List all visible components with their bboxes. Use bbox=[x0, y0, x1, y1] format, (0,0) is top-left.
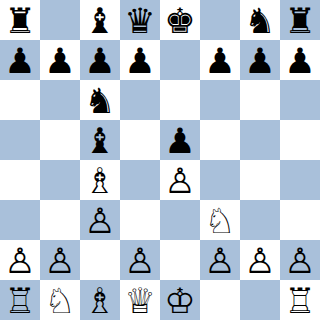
square-h3[interactable] bbox=[280, 200, 320, 240]
square-h8[interactable]: ♜ bbox=[280, 0, 320, 40]
white-pawn: ♙ bbox=[164, 161, 195, 200]
square-g2[interactable]: ♙ bbox=[240, 240, 280, 280]
black-knight: ♞ bbox=[244, 1, 275, 40]
square-b2[interactable]: ♙ bbox=[40, 240, 80, 280]
chess-board: ♜♝♛♚♞♜♟♟♟♟♟♟♟♞♝♟♗♙♙♘♙♙♙♙♙♙♖♘♗♕♔♖ bbox=[0, 0, 320, 320]
white-pawn: ♙ bbox=[124, 241, 155, 280]
square-d4[interactable] bbox=[120, 160, 160, 200]
square-g5[interactable] bbox=[240, 120, 280, 160]
square-g6[interactable] bbox=[240, 80, 280, 120]
square-a8[interactable]: ♜ bbox=[0, 0, 40, 40]
square-a3[interactable] bbox=[0, 200, 40, 240]
square-b6[interactable] bbox=[40, 80, 80, 120]
square-e7[interactable] bbox=[160, 40, 200, 80]
square-g8[interactable]: ♞ bbox=[240, 0, 280, 40]
white-pawn: ♙ bbox=[244, 241, 275, 280]
square-d5[interactable] bbox=[120, 120, 160, 160]
white-pawn: ♙ bbox=[284, 241, 315, 280]
square-b8[interactable] bbox=[40, 0, 80, 40]
square-e5[interactable]: ♟ bbox=[160, 120, 200, 160]
square-d3[interactable] bbox=[120, 200, 160, 240]
black-pawn: ♟ bbox=[44, 41, 75, 80]
square-f5[interactable] bbox=[200, 120, 240, 160]
black-bishop: ♝ bbox=[84, 121, 115, 160]
white-knight: ♘ bbox=[44, 281, 75, 320]
square-c4[interactable]: ♗ bbox=[80, 160, 120, 200]
square-c1[interactable]: ♗ bbox=[80, 280, 120, 320]
square-g7[interactable]: ♟ bbox=[240, 40, 280, 80]
square-d7[interactable]: ♟ bbox=[120, 40, 160, 80]
white-bishop: ♗ bbox=[84, 161, 115, 200]
square-f1[interactable] bbox=[200, 280, 240, 320]
square-a5[interactable] bbox=[0, 120, 40, 160]
white-king: ♔ bbox=[164, 281, 195, 320]
square-f6[interactable] bbox=[200, 80, 240, 120]
square-d1[interactable]: ♕ bbox=[120, 280, 160, 320]
square-h5[interactable] bbox=[280, 120, 320, 160]
square-b4[interactable] bbox=[40, 160, 80, 200]
square-e2[interactable] bbox=[160, 240, 200, 280]
square-b5[interactable] bbox=[40, 120, 80, 160]
square-b3[interactable] bbox=[40, 200, 80, 240]
square-d2[interactable]: ♙ bbox=[120, 240, 160, 280]
square-f7[interactable]: ♟ bbox=[200, 40, 240, 80]
black-queen: ♛ bbox=[124, 1, 155, 40]
square-h4[interactable] bbox=[280, 160, 320, 200]
white-pawn: ♙ bbox=[44, 241, 75, 280]
white-knight: ♘ bbox=[204, 201, 235, 240]
black-pawn: ♟ bbox=[84, 41, 115, 80]
black-king: ♚ bbox=[164, 1, 195, 40]
square-c2[interactable] bbox=[80, 240, 120, 280]
white-pawn: ♙ bbox=[84, 201, 115, 240]
black-rook: ♜ bbox=[284, 1, 315, 40]
square-f3[interactable]: ♘ bbox=[200, 200, 240, 240]
square-c7[interactable]: ♟ bbox=[80, 40, 120, 80]
square-a2[interactable]: ♙ bbox=[0, 240, 40, 280]
black-bishop: ♝ bbox=[84, 1, 115, 40]
black-pawn: ♟ bbox=[164, 121, 195, 160]
square-e8[interactable]: ♚ bbox=[160, 0, 200, 40]
black-pawn: ♟ bbox=[284, 41, 315, 80]
black-rook: ♜ bbox=[4, 1, 35, 40]
square-c3[interactable]: ♙ bbox=[80, 200, 120, 240]
square-a4[interactable] bbox=[0, 160, 40, 200]
white-pawn: ♙ bbox=[4, 241, 35, 280]
square-f8[interactable] bbox=[200, 0, 240, 40]
square-b7[interactable]: ♟ bbox=[40, 40, 80, 80]
square-d8[interactable]: ♛ bbox=[120, 0, 160, 40]
square-a1[interactable]: ♖ bbox=[0, 280, 40, 320]
square-a6[interactable] bbox=[0, 80, 40, 120]
black-pawn: ♟ bbox=[244, 41, 275, 80]
black-pawn: ♟ bbox=[4, 41, 35, 80]
square-f2[interactable]: ♙ bbox=[200, 240, 240, 280]
square-h6[interactable] bbox=[280, 80, 320, 120]
square-e6[interactable] bbox=[160, 80, 200, 120]
square-b1[interactable]: ♘ bbox=[40, 280, 80, 320]
square-g3[interactable] bbox=[240, 200, 280, 240]
square-c8[interactable]: ♝ bbox=[80, 0, 120, 40]
white-queen: ♕ bbox=[124, 281, 155, 320]
square-c6[interactable]: ♞ bbox=[80, 80, 120, 120]
square-h1[interactable]: ♖ bbox=[280, 280, 320, 320]
black-pawn: ♟ bbox=[204, 41, 235, 80]
white-pawn: ♙ bbox=[204, 241, 235, 280]
white-rook: ♖ bbox=[284, 281, 315, 320]
square-g4[interactable] bbox=[240, 160, 280, 200]
black-pawn: ♟ bbox=[124, 41, 155, 80]
black-knight: ♞ bbox=[84, 81, 115, 120]
square-a7[interactable]: ♟ bbox=[0, 40, 40, 80]
square-h2[interactable]: ♙ bbox=[280, 240, 320, 280]
square-f4[interactable] bbox=[200, 160, 240, 200]
square-e4[interactable]: ♙ bbox=[160, 160, 200, 200]
square-e3[interactable] bbox=[160, 200, 200, 240]
square-d6[interactable] bbox=[120, 80, 160, 120]
square-h7[interactable]: ♟ bbox=[280, 40, 320, 80]
white-rook: ♖ bbox=[4, 281, 35, 320]
square-e1[interactable]: ♔ bbox=[160, 280, 200, 320]
square-c5[interactable]: ♝ bbox=[80, 120, 120, 160]
white-bishop: ♗ bbox=[84, 281, 115, 320]
square-g1[interactable] bbox=[240, 280, 280, 320]
